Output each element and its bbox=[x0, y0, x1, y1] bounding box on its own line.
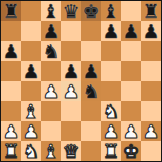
white-pawn: ♟ bbox=[62, 81, 79, 101]
square-h5[interactable] bbox=[141, 61, 161, 81]
white-queen: ♛ bbox=[62, 141, 79, 161]
square-d6[interactable] bbox=[61, 41, 81, 61]
square-d5[interactable]: ♟ bbox=[61, 61, 81, 81]
square-c3[interactable] bbox=[41, 101, 61, 121]
square-h8[interactable]: ♜ bbox=[141, 1, 161, 21]
black-pawn: ♟ bbox=[102, 21, 119, 41]
square-e6[interactable] bbox=[81, 41, 101, 61]
square-c1[interactable]: ♝ bbox=[41, 141, 61, 161]
square-h2[interactable]: ♟ bbox=[141, 121, 161, 141]
white-king: ♚ bbox=[122, 141, 139, 161]
square-f8[interactable]: ♝ bbox=[101, 1, 121, 21]
square-g1[interactable]: ♚ bbox=[121, 141, 141, 161]
square-d3[interactable] bbox=[61, 101, 81, 121]
black-pawn: ♟ bbox=[82, 61, 99, 81]
white-pawn: ♟ bbox=[122, 121, 139, 141]
black-rook: ♜ bbox=[142, 1, 159, 21]
square-d1[interactable]: ♛ bbox=[61, 141, 81, 161]
square-g4[interactable] bbox=[121, 81, 141, 101]
square-d4[interactable]: ♟ bbox=[61, 81, 81, 101]
black-pawn: ♟ bbox=[142, 21, 159, 41]
square-f4[interactable] bbox=[101, 81, 121, 101]
white-rook: ♜ bbox=[102, 141, 119, 161]
square-e7[interactable] bbox=[81, 21, 101, 41]
black-rook: ♜ bbox=[2, 1, 19, 21]
square-b1[interactable]: ♞ bbox=[21, 141, 41, 161]
square-g7[interactable]: ♟ bbox=[121, 21, 141, 41]
board-frame: ♜♝♛♚♝♜♟♟♟♟♟♞♟♟♟♟♟♞♝♞♟♟♟♟♟♜♞♝♛♜♚ bbox=[0, 0, 162, 162]
square-f7[interactable]: ♟ bbox=[101, 21, 121, 41]
square-e4[interactable]: ♞ bbox=[81, 81, 101, 101]
square-c2[interactable] bbox=[41, 121, 61, 141]
square-g8[interactable] bbox=[121, 1, 141, 21]
square-d7[interactable] bbox=[61, 21, 81, 41]
black-knight: ♞ bbox=[82, 81, 99, 101]
square-d2[interactable] bbox=[61, 121, 81, 141]
black-pawn: ♟ bbox=[22, 61, 39, 81]
square-a5[interactable] bbox=[1, 61, 21, 81]
square-a8[interactable]: ♜ bbox=[1, 1, 21, 21]
square-g2[interactable]: ♟ bbox=[121, 121, 141, 141]
square-f2[interactable]: ♟ bbox=[101, 121, 121, 141]
white-pawn: ♟ bbox=[42, 81, 59, 101]
black-bishop: ♝ bbox=[102, 1, 119, 21]
square-b2[interactable]: ♟ bbox=[21, 121, 41, 141]
white-pawn: ♟ bbox=[142, 121, 159, 141]
black-pawn: ♟ bbox=[122, 21, 139, 41]
black-pawn: ♟ bbox=[42, 21, 59, 41]
white-pawn: ♟ bbox=[2, 121, 19, 141]
square-h4[interactable] bbox=[141, 81, 161, 101]
square-b5[interactable]: ♟ bbox=[21, 61, 41, 81]
square-f1[interactable]: ♜ bbox=[101, 141, 121, 161]
square-e5[interactable]: ♟ bbox=[81, 61, 101, 81]
square-e2[interactable] bbox=[81, 121, 101, 141]
square-c6[interactable]: ♞ bbox=[41, 41, 61, 61]
square-d8[interactable]: ♛ bbox=[61, 1, 81, 21]
square-b6[interactable] bbox=[21, 41, 41, 61]
square-h7[interactable]: ♟ bbox=[141, 21, 161, 41]
white-knight: ♞ bbox=[22, 141, 39, 161]
square-b4[interactable] bbox=[21, 81, 41, 101]
white-rook: ♜ bbox=[2, 141, 19, 161]
square-b7[interactable] bbox=[21, 21, 41, 41]
square-g5[interactable] bbox=[121, 61, 141, 81]
white-pawn: ♟ bbox=[22, 121, 39, 141]
chess-app: ♜♝♛♚♝♜♟♟♟♟♟♞♟♟♟♟♟♞♝♞♟♟♟♟♟♜♞♝♛♜♚ bbox=[0, 0, 162, 162]
square-b8[interactable] bbox=[21, 1, 41, 21]
white-bishop: ♝ bbox=[42, 141, 59, 161]
square-h6[interactable] bbox=[141, 41, 161, 61]
black-king: ♚ bbox=[82, 1, 99, 21]
square-h1[interactable] bbox=[141, 141, 161, 161]
square-g3[interactable] bbox=[121, 101, 141, 121]
white-pawn: ♟ bbox=[102, 121, 119, 141]
square-e3[interactable] bbox=[81, 101, 101, 121]
square-g6[interactable] bbox=[121, 41, 141, 61]
square-c4[interactable]: ♟ bbox=[41, 81, 61, 101]
black-pawn: ♟ bbox=[62, 61, 79, 81]
square-e8[interactable]: ♚ bbox=[81, 1, 101, 21]
square-a4[interactable] bbox=[1, 81, 21, 101]
square-f5[interactable] bbox=[101, 61, 121, 81]
white-bishop: ♝ bbox=[22, 101, 39, 121]
square-c8[interactable]: ♝ bbox=[41, 1, 61, 21]
square-e1[interactable] bbox=[81, 141, 101, 161]
black-bishop: ♝ bbox=[42, 1, 59, 21]
chess-board[interactable]: ♜♝♛♚♝♜♟♟♟♟♟♞♟♟♟♟♟♞♝♞♟♟♟♟♟♜♞♝♛♜♚ bbox=[1, 1, 161, 161]
square-f3[interactable]: ♞ bbox=[101, 101, 121, 121]
black-pawn: ♟ bbox=[2, 41, 19, 61]
square-b3[interactable]: ♝ bbox=[21, 101, 41, 121]
square-f6[interactable] bbox=[101, 41, 121, 61]
square-a7[interactable] bbox=[1, 21, 21, 41]
square-h3[interactable] bbox=[141, 101, 161, 121]
square-a6[interactable]: ♟ bbox=[1, 41, 21, 61]
black-queen: ♛ bbox=[62, 1, 79, 21]
square-a3[interactable] bbox=[1, 101, 21, 121]
black-knight: ♞ bbox=[42, 41, 59, 61]
square-a2[interactable]: ♟ bbox=[1, 121, 21, 141]
square-a1[interactable]: ♜ bbox=[1, 141, 21, 161]
square-c5[interactable] bbox=[41, 61, 61, 81]
white-knight: ♞ bbox=[102, 101, 119, 121]
square-c7[interactable]: ♟ bbox=[41, 21, 61, 41]
